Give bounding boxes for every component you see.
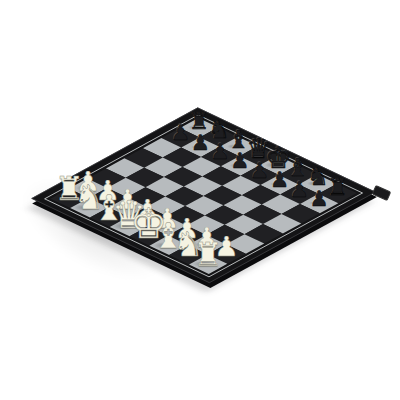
chess-set-photo: ♜♞♝♛♚♝♞♜♟♟♟♟♟♟♟♟♟♟♟♟♟♟♟♟♜♞♝♛♚♝♞♜ (0, 0, 400, 400)
board-clasp-latch (372, 185, 392, 201)
